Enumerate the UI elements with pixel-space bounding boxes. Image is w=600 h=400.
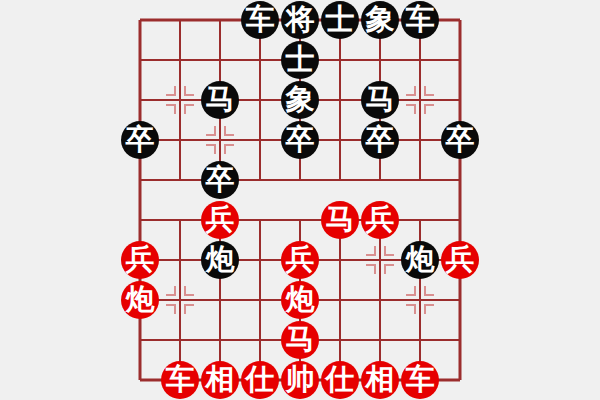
piece-red-soldier[interactable]: 兵 xyxy=(201,201,239,239)
piece-glyph: 车 xyxy=(246,5,275,34)
piece-red-chariot[interactable]: 车 xyxy=(401,361,439,399)
piece-glyph: 炮 xyxy=(406,245,435,274)
piece-glyph: 兵 xyxy=(126,245,155,274)
piece-glyph: 卒 xyxy=(366,125,395,154)
piece-black-soldier[interactable]: 卒 xyxy=(121,121,159,159)
piece-red-cannon[interactable]: 炮 xyxy=(121,281,159,319)
piece-black-chariot[interactable]: 车 xyxy=(401,1,439,39)
piece-glyph: 车 xyxy=(406,5,435,34)
piece-glyph: 马 xyxy=(286,325,315,354)
piece-black-horse[interactable]: 马 xyxy=(361,81,399,119)
piece-glyph: 马 xyxy=(326,205,355,234)
piece-glyph: 车 xyxy=(166,365,195,394)
piece-red-soldier[interactable]: 兵 xyxy=(281,241,319,279)
pieces-layer: 车将士象车士马象马卒卒卒卒卒兵马兵兵炮兵炮兵炮炮马车相仕帅仕相车 xyxy=(0,0,600,400)
piece-glyph: 卒 xyxy=(126,125,155,154)
piece-glyph: 仕 xyxy=(246,365,275,394)
piece-black-soldier[interactable]: 卒 xyxy=(361,121,399,159)
piece-glyph: 象 xyxy=(286,85,315,114)
piece-black-cannon[interactable]: 炮 xyxy=(201,241,239,279)
piece-glyph: 帅 xyxy=(286,365,315,394)
piece-glyph: 车 xyxy=(406,365,435,394)
xiangqi-board-screen: 车将士象车士马象马卒卒卒卒卒兵马兵兵炮兵炮兵炮炮马车相仕帅仕相车 xyxy=(0,0,600,400)
piece-glyph: 马 xyxy=(206,85,235,114)
piece-black-cannon[interactable]: 炮 xyxy=(401,241,439,279)
piece-glyph: 士 xyxy=(286,45,315,74)
piece-glyph: 士 xyxy=(326,5,355,34)
piece-black-general[interactable]: 将 xyxy=(281,1,319,39)
piece-glyph: 卒 xyxy=(286,125,315,154)
piece-black-soldier[interactable]: 卒 xyxy=(281,121,319,159)
piece-glyph: 马 xyxy=(366,85,395,114)
piece-black-chariot[interactable]: 车 xyxy=(241,1,279,39)
piece-glyph: 相 xyxy=(206,365,235,394)
piece-glyph: 兵 xyxy=(206,205,235,234)
piece-red-advisor[interactable]: 仕 xyxy=(321,361,359,399)
piece-black-horse[interactable]: 马 xyxy=(201,81,239,119)
piece-black-elephant[interactable]: 象 xyxy=(281,81,319,119)
piece-glyph: 将 xyxy=(286,5,315,34)
piece-glyph: 仕 xyxy=(326,365,355,394)
piece-red-horse[interactable]: 马 xyxy=(321,201,359,239)
piece-glyph: 兵 xyxy=(446,245,475,274)
piece-red-cannon[interactable]: 炮 xyxy=(281,281,319,319)
piece-red-horse[interactable]: 马 xyxy=(281,321,319,359)
piece-glyph: 象 xyxy=(366,5,395,34)
piece-glyph: 相 xyxy=(366,365,395,394)
piece-red-advisor[interactable]: 仕 xyxy=(241,361,279,399)
piece-glyph: 兵 xyxy=(286,245,315,274)
piece-red-soldier[interactable]: 兵 xyxy=(121,241,159,279)
piece-glyph: 兵 xyxy=(366,205,395,234)
piece-black-soldier[interactable]: 卒 xyxy=(201,161,239,199)
piece-black-advisor[interactable]: 士 xyxy=(321,1,359,39)
piece-red-elephant[interactable]: 相 xyxy=(361,361,399,399)
piece-glyph: 炮 xyxy=(126,285,155,314)
piece-red-soldier[interactable]: 兵 xyxy=(441,241,479,279)
piece-glyph: 炮 xyxy=(286,285,315,314)
piece-black-soldier[interactable]: 卒 xyxy=(441,121,479,159)
piece-glyph: 炮 xyxy=(206,245,235,274)
piece-black-elephant[interactable]: 象 xyxy=(361,1,399,39)
piece-glyph: 卒 xyxy=(206,165,235,194)
piece-glyph: 卒 xyxy=(446,125,475,154)
piece-red-general[interactable]: 帅 xyxy=(281,361,319,399)
piece-black-advisor[interactable]: 士 xyxy=(281,41,319,79)
piece-red-chariot[interactable]: 车 xyxy=(161,361,199,399)
piece-red-soldier[interactable]: 兵 xyxy=(361,201,399,239)
piece-red-elephant[interactable]: 相 xyxy=(201,361,239,399)
